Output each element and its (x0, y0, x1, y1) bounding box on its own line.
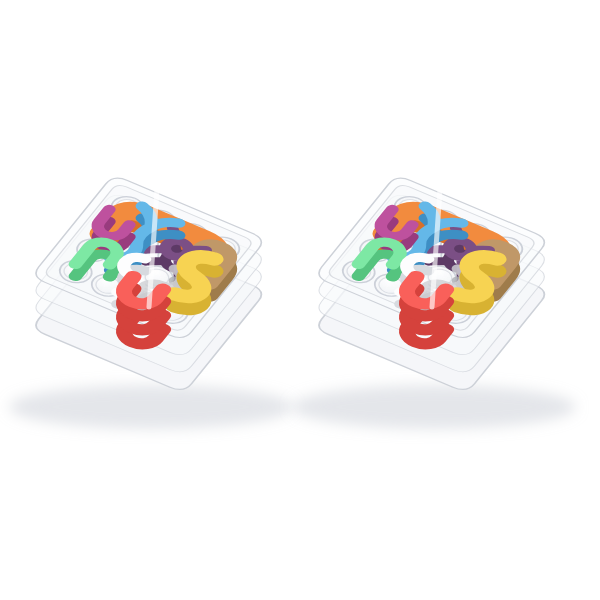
puzzle-box-2 (400, 183, 401, 184)
product-photo-scene (0, 0, 600, 600)
puzzle-pieces (7, 149, 307, 453)
puzzle-box-1 (117, 183, 118, 184)
puzzle-pieces (290, 149, 590, 453)
